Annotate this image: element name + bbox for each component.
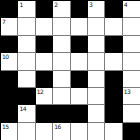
white-cell-r4c1[interactable]: 10 <box>1 53 18 70</box>
black-cell-r8c8 <box>123 123 140 140</box>
white-cell-r8c6[interactable] <box>88 123 105 140</box>
clue-number-4: 4 <box>124 1 127 8</box>
white-cell-r4c7[interactable] <box>105 53 122 70</box>
white-cell-r8c5[interactable] <box>71 123 88 140</box>
black-cell-r6c2 <box>18 88 35 105</box>
white-cell-r1c2[interactable]: 1 <box>18 1 35 18</box>
white-cell-r7c8[interactable] <box>123 105 140 122</box>
clue-number-13: 13 <box>124 88 131 95</box>
white-cell-r2c3[interactable] <box>36 18 53 35</box>
black-cell-r7c1 <box>1 105 18 122</box>
white-cell-r8c7[interactable] <box>105 123 122 140</box>
white-cell-r4c2[interactable] <box>18 53 35 70</box>
black-cell-r6c1 <box>1 88 18 105</box>
white-cell-r3c2[interactable] <box>18 36 35 53</box>
white-cell-r6c8[interactable]: 13 <box>123 88 140 105</box>
white-cell-r1c4[interactable]: 2 <box>53 1 70 18</box>
black-cell-r5c5 <box>71 71 88 88</box>
white-cell-r2c5[interactable] <box>71 18 88 35</box>
black-cell-r1c3 <box>36 1 53 18</box>
white-cell-r5c4[interactable] <box>53 71 70 88</box>
white-cell-r4c5[interactable] <box>71 53 88 70</box>
black-cell-r1c1 <box>1 1 18 18</box>
white-cell-r3c8[interactable] <box>123 36 140 53</box>
clue-number-2: 2 <box>54 1 57 8</box>
white-cell-r6c6[interactable] <box>88 88 105 105</box>
black-cell-r7c3 <box>36 105 53 122</box>
clue-number-3: 3 <box>89 1 92 8</box>
black-cell-r3c5 <box>71 36 88 53</box>
black-cell-r3c1 <box>1 36 18 53</box>
black-cell-r1c5 <box>71 1 88 18</box>
clue-number-15: 15 <box>2 123 9 130</box>
black-cell-r1c7 <box>105 1 122 18</box>
clue-number-10: 10 <box>2 53 9 60</box>
white-cell-r6c4[interactable] <box>53 88 70 105</box>
white-cell-r8c1[interactable]: 15 <box>1 123 18 140</box>
black-cell-r5c1 <box>1 71 18 88</box>
white-cell-r2c4[interactable] <box>53 18 70 35</box>
white-cell-r8c4[interactable]: 16 <box>53 123 70 140</box>
crossword-board: 12347101213141516 <box>0 0 140 140</box>
clue-number-1: 1 <box>19 1 22 8</box>
white-cell-r2c7[interactable] <box>105 18 122 35</box>
black-cell-r5c7 <box>105 71 122 88</box>
white-cell-r6c3[interactable]: 12 <box>36 88 53 105</box>
clue-number-14: 14 <box>19 105 26 112</box>
white-cell-r2c6[interactable] <box>88 18 105 35</box>
white-cell-r2c8[interactable] <box>123 18 140 35</box>
white-cell-r5c6[interactable] <box>88 71 105 88</box>
white-cell-r3c4[interactable] <box>53 36 70 53</box>
white-cell-r7c2[interactable]: 14 <box>18 105 35 122</box>
clue-number-12: 12 <box>37 88 44 95</box>
white-cell-r2c2[interactable] <box>18 18 35 35</box>
black-cell-r6c7 <box>105 88 122 105</box>
white-cell-r7c6[interactable] <box>88 105 105 122</box>
white-cell-r1c8[interactable]: 4 <box>123 1 140 18</box>
black-cell-r3c7 <box>105 36 122 53</box>
black-cell-r7c5 <box>71 105 88 122</box>
white-cell-r4c6[interactable] <box>88 53 105 70</box>
white-cell-r3c6[interactable] <box>88 36 105 53</box>
black-cell-r3c3 <box>36 36 53 53</box>
black-cell-r7c7 <box>105 105 122 122</box>
white-cell-r2c1[interactable]: 7 <box>1 18 18 35</box>
white-cell-r4c3[interactable] <box>36 53 53 70</box>
white-cell-r8c3[interactable] <box>36 123 53 140</box>
clue-number-16: 16 <box>54 123 61 130</box>
white-cell-r5c2[interactable] <box>18 71 35 88</box>
clue-number-7: 7 <box>2 18 5 25</box>
white-cell-r4c8[interactable] <box>123 53 140 70</box>
white-cell-r5c8[interactable] <box>123 71 140 88</box>
white-cell-r6c5[interactable] <box>71 88 88 105</box>
black-cell-r7c4 <box>53 105 70 122</box>
white-cell-r4c4[interactable] <box>53 53 70 70</box>
white-cell-r1c6[interactable]: 3 <box>88 1 105 18</box>
white-cell-r8c2[interactable] <box>18 123 35 140</box>
black-cell-r5c3 <box>36 71 53 88</box>
